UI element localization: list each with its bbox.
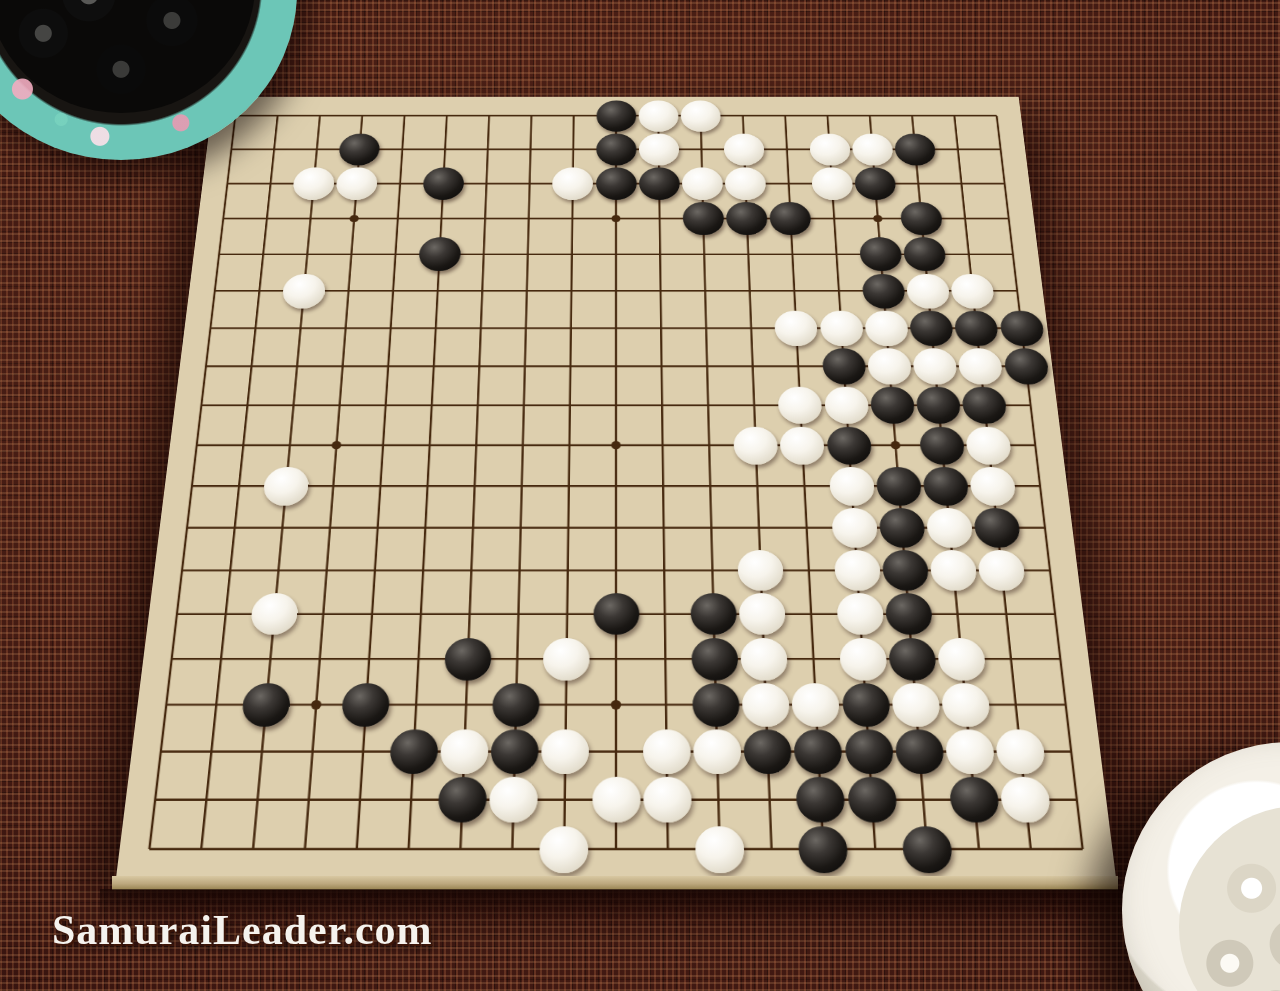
white-stone-L2 — [643, 777, 692, 823]
hoshi-point — [611, 215, 620, 222]
black-stone-K19 — [596, 100, 636, 131]
hoshi-point — [331, 441, 341, 449]
white-stone-L18 — [639, 133, 680, 165]
hoshi-point — [890, 441, 900, 449]
white-stone-N18 — [724, 133, 765, 165]
white-stone-M19 — [680, 100, 721, 131]
hoshi-point — [611, 700, 621, 710]
black-stone-M16 — [682, 202, 724, 235]
white-stone-M17 — [682, 167, 723, 200]
hoshi-point — [349, 215, 359, 222]
go-photo-scene: SamuraiLeader.com — [0, 0, 1280, 991]
black-stone-L17 — [639, 167, 680, 200]
black-stone-K17 — [596, 167, 637, 200]
hoshi-point — [611, 441, 621, 449]
white-stone-N17 — [725, 167, 767, 200]
white-stone-J1 — [539, 826, 588, 873]
watermark: SamuraiLeader.com — [52, 906, 433, 954]
black-stone-K6 — [593, 593, 639, 634]
white-stone-L19 — [638, 100, 678, 131]
white-stone-M3 — [693, 729, 742, 774]
hoshi-point — [311, 700, 322, 710]
black-stone-M5 — [691, 638, 738, 680]
board-front-edge — [112, 876, 1118, 890]
white-stone-L3 — [643, 729, 691, 774]
white-stone-K2 — [592, 777, 640, 823]
black-stone-K18 — [596, 133, 636, 165]
black-stone-M4 — [692, 683, 740, 727]
white-stone-J5 — [543, 638, 590, 680]
go-board — [116, 97, 1116, 878]
white-stone-bowl — [1122, 742, 1280, 991]
hoshi-point — [873, 215, 883, 222]
